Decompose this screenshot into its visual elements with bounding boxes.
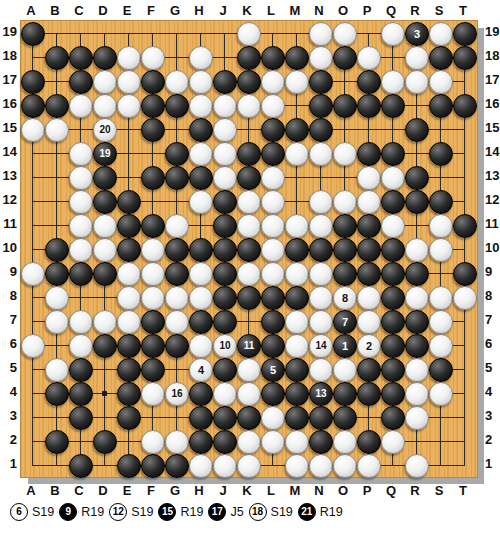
stone-white <box>285 70 309 94</box>
stone-white <box>309 190 333 214</box>
row-label-right: 4 <box>485 384 500 400</box>
stone-white <box>309 142 333 166</box>
row-label-right: 1 <box>485 456 500 472</box>
stone-black <box>237 238 261 262</box>
stone-black <box>309 406 333 430</box>
stone-white <box>237 94 261 118</box>
column-label-bottom: Q <box>379 483 403 499</box>
stone-black <box>69 454 93 478</box>
stone-black <box>93 190 117 214</box>
stone-white <box>237 190 261 214</box>
stone-white <box>405 358 429 382</box>
stone-black <box>69 262 93 286</box>
stone-white <box>69 238 93 262</box>
stone-white <box>285 334 309 358</box>
stone-black-move-19: 19 <box>93 142 117 166</box>
stone-white <box>285 454 309 478</box>
stone-black <box>333 382 357 406</box>
stone-black <box>21 70 45 94</box>
stone-black <box>285 238 309 262</box>
stone-black <box>141 70 165 94</box>
caption-move-circle-black: 9 <box>59 503 77 521</box>
stone-black <box>429 94 453 118</box>
column-label-bottom: A <box>19 483 43 499</box>
stone-white <box>381 214 405 238</box>
stone-black <box>141 334 165 358</box>
stone-black <box>237 406 261 430</box>
row-label-left: 1 <box>1 456 17 472</box>
column-label-top: B <box>43 3 67 19</box>
stone-white <box>189 142 213 166</box>
stone-black <box>69 382 93 406</box>
stone-black <box>189 406 213 430</box>
row-label-left: 16 <box>1 96 17 112</box>
row-label-left: 8 <box>1 288 17 304</box>
row-label-left: 14 <box>1 144 17 160</box>
stone-white-move-2: 2 <box>357 334 381 358</box>
caption-item: 12S19 <box>109 503 153 521</box>
row-label-right: 19 <box>485 24 500 40</box>
stone-white <box>117 70 141 94</box>
stone-white <box>405 238 429 262</box>
stone-white <box>285 214 309 238</box>
stone-black-move-3: 3 <box>405 22 429 46</box>
stone-black <box>285 46 309 70</box>
stone-white <box>453 286 477 310</box>
stone-black <box>165 334 189 358</box>
stone-black <box>213 70 237 94</box>
stone-black <box>117 358 141 382</box>
stone-black <box>189 238 213 262</box>
column-label-top: P <box>355 3 379 19</box>
column-label-bottom: J <box>211 483 235 499</box>
column-label-bottom: G <box>163 483 187 499</box>
stone-white <box>357 190 381 214</box>
stone-white <box>309 454 333 478</box>
column-label-bottom: E <box>115 483 139 499</box>
caption-move-circle-white: 12 <box>109 503 127 521</box>
row-label-left: 15 <box>1 120 17 136</box>
stone-black <box>261 142 285 166</box>
stone-white <box>285 430 309 454</box>
stone-white <box>21 262 45 286</box>
stone-black <box>285 406 309 430</box>
stone-white-move-14: 14 <box>309 334 333 358</box>
column-label-bottom: K <box>235 483 259 499</box>
stone-white <box>357 286 381 310</box>
stone-white <box>141 286 165 310</box>
stone-white <box>333 190 357 214</box>
stone-black <box>45 238 69 262</box>
caption-move-circle-white: 6 <box>10 503 28 521</box>
stone-white-move-4: 4 <box>189 358 213 382</box>
stone-white <box>429 334 453 358</box>
stone-white <box>213 382 237 406</box>
stone-black <box>381 334 405 358</box>
stone-white <box>189 454 213 478</box>
row-label-right: 2 <box>485 432 500 448</box>
column-label-bottom: S <box>427 483 451 499</box>
stone-black <box>357 70 381 94</box>
stone-white <box>213 142 237 166</box>
row-label-right: 17 <box>485 72 500 88</box>
row-label-right: 5 <box>485 360 500 376</box>
row-label-left: 10 <box>1 240 17 256</box>
column-label-top: Q <box>379 3 403 19</box>
stone-white <box>429 214 453 238</box>
stone-white <box>405 70 429 94</box>
stone-white <box>285 310 309 334</box>
stone-white <box>117 310 141 334</box>
column-label-top: G <box>163 3 187 19</box>
stone-white <box>237 22 261 46</box>
stone-black <box>261 118 285 142</box>
stone-white <box>261 166 285 190</box>
stone-black <box>261 286 285 310</box>
row-label-right: 10 <box>485 240 500 256</box>
stone-black <box>141 94 165 118</box>
stone-white <box>21 118 45 142</box>
stone-white <box>261 238 285 262</box>
stone-black <box>189 310 213 334</box>
stone-black <box>357 430 381 454</box>
stone-black <box>141 118 165 142</box>
stone-black <box>69 358 93 382</box>
stone-black <box>237 70 261 94</box>
column-label-bottom: H <box>187 483 211 499</box>
row-label-left: 5 <box>1 360 17 376</box>
stone-white-move-16: 16 <box>165 382 189 406</box>
stone-white <box>69 214 93 238</box>
row-label-right: 3 <box>485 408 500 424</box>
stone-white <box>261 190 285 214</box>
column-label-bottom: F <box>139 483 163 499</box>
stone-black <box>405 166 429 190</box>
stone-white-move-10: 10 <box>213 334 237 358</box>
stone-black <box>429 142 453 166</box>
column-label-top: R <box>403 3 427 19</box>
stone-white <box>285 142 309 166</box>
stone-white <box>261 406 285 430</box>
row-label-right: 18 <box>485 48 500 64</box>
stone-black <box>309 430 333 454</box>
stone-black <box>357 214 381 238</box>
stone-black-move-7: 7 <box>333 310 357 334</box>
stone-black-move-13: 13 <box>309 382 333 406</box>
stone-white <box>69 190 93 214</box>
column-label-top: L <box>259 3 283 19</box>
stone-black <box>213 214 237 238</box>
caption-item: 17J5 <box>208 503 243 521</box>
stone-white <box>45 118 69 142</box>
stone-white <box>165 286 189 310</box>
column-label-bottom: L <box>259 483 283 499</box>
stone-white <box>357 310 381 334</box>
stone-black <box>213 358 237 382</box>
stone-white <box>21 334 45 358</box>
stone-black <box>189 166 213 190</box>
stone-white <box>165 70 189 94</box>
stone-white <box>69 142 93 166</box>
stone-black <box>213 310 237 334</box>
row-label-left: 12 <box>1 192 17 208</box>
caption-move-circle-black: 15 <box>158 503 176 521</box>
stone-black <box>45 430 69 454</box>
stone-black <box>237 286 261 310</box>
stone-black <box>357 358 381 382</box>
stone-white <box>189 94 213 118</box>
stone-white <box>213 166 237 190</box>
stone-black <box>333 94 357 118</box>
stone-white <box>237 382 261 406</box>
caption-item: 9R19 <box>59 503 104 521</box>
stone-black <box>381 406 405 430</box>
column-label-bottom: B <box>43 483 67 499</box>
stone-white <box>333 142 357 166</box>
stone-white <box>117 286 141 310</box>
stone-black <box>357 238 381 262</box>
stone-black <box>117 334 141 358</box>
stone-white <box>261 70 285 94</box>
column-label-bottom: C <box>67 483 91 499</box>
column-label-top: M <box>283 3 307 19</box>
stone-black <box>381 142 405 166</box>
stone-white <box>261 94 285 118</box>
stone-black <box>69 70 93 94</box>
stone-white <box>237 262 261 286</box>
row-label-right: 11 <box>485 216 500 232</box>
column-label-top: H <box>187 3 211 19</box>
stone-white <box>333 22 357 46</box>
stone-white <box>309 262 333 286</box>
stone-black <box>141 310 165 334</box>
stone-black <box>405 310 429 334</box>
stone-black <box>285 286 309 310</box>
stone-black <box>429 190 453 214</box>
stone-white <box>117 262 141 286</box>
move-caption: 6S199R1912S1915R1917J518S1921R19 <box>10 502 348 522</box>
stone-black <box>285 118 309 142</box>
stone-white <box>309 46 333 70</box>
go-board[interactable]: 320198710111412451613 <box>20 20 478 478</box>
column-label-bottom: M <box>283 483 307 499</box>
stone-black <box>45 46 69 70</box>
caption-item: 6S19 <box>10 503 54 521</box>
stone-white <box>405 286 429 310</box>
stone-black <box>45 262 69 286</box>
stone-black-move-5: 5 <box>261 358 285 382</box>
stone-white <box>141 382 165 406</box>
stone-black <box>93 430 117 454</box>
row-label-right: 15 <box>485 120 500 136</box>
stone-black <box>357 142 381 166</box>
stone-white <box>189 334 213 358</box>
stone-white <box>69 310 93 334</box>
stone-black <box>45 94 69 118</box>
column-label-top: D <box>91 3 115 19</box>
stone-black <box>117 214 141 238</box>
stone-black <box>333 238 357 262</box>
stone-white <box>381 166 405 190</box>
stone-black <box>21 22 45 46</box>
stone-black <box>405 118 429 142</box>
column-label-top: A <box>19 3 43 19</box>
stone-white <box>141 238 165 262</box>
stone-white <box>237 454 261 478</box>
stone-white <box>213 454 237 478</box>
stone-black <box>141 358 165 382</box>
stone-black <box>381 310 405 334</box>
row-label-right: 14 <box>485 144 500 160</box>
row-label-right: 16 <box>485 96 500 112</box>
row-label-right: 12 <box>485 192 500 208</box>
stone-black <box>333 214 357 238</box>
stone-white <box>357 166 381 190</box>
column-label-top: C <box>67 3 91 19</box>
stone-white <box>141 262 165 286</box>
stone-black <box>165 454 189 478</box>
stone-black <box>165 262 189 286</box>
stone-white <box>429 22 453 46</box>
row-label-left: 18 <box>1 48 17 64</box>
column-label-top: K <box>235 3 259 19</box>
stone-white <box>189 46 213 70</box>
row-label-left: 11 <box>1 216 17 232</box>
row-label-left: 3 <box>1 408 17 424</box>
stone-white <box>93 238 117 262</box>
stone-white <box>141 430 165 454</box>
stone-white <box>189 286 213 310</box>
stone-black <box>357 382 381 406</box>
row-label-left: 4 <box>1 384 17 400</box>
stone-black <box>237 142 261 166</box>
stone-black <box>429 358 453 382</box>
column-label-bottom: N <box>307 483 331 499</box>
stone-white <box>333 358 357 382</box>
caption-item: 18S19 <box>249 503 293 521</box>
stone-black <box>453 262 477 286</box>
stone-black <box>309 238 333 262</box>
stone-white <box>189 262 213 286</box>
stone-black <box>453 214 477 238</box>
hoshi-dot <box>102 391 107 396</box>
row-label-left: 7 <box>1 312 17 328</box>
stone-black <box>213 406 237 430</box>
row-label-left: 2 <box>1 432 17 448</box>
stone-white <box>165 310 189 334</box>
stone-black <box>237 166 261 190</box>
stone-black <box>453 22 477 46</box>
row-label-right: 8 <box>485 288 500 304</box>
stone-black <box>141 214 165 238</box>
caption-move-point: R19 <box>81 505 104 519</box>
stone-black <box>165 94 189 118</box>
caption-move-circle-black: 17 <box>208 503 226 521</box>
stone-black <box>285 358 309 382</box>
stone-black-move-11: 11 <box>237 334 261 358</box>
stone-white <box>405 46 429 70</box>
stone-white <box>261 430 285 454</box>
stone-white <box>93 214 117 238</box>
stone-white <box>429 310 453 334</box>
stone-black <box>261 334 285 358</box>
stone-white <box>261 214 285 238</box>
stone-white <box>429 286 453 310</box>
stone-black <box>213 190 237 214</box>
stone-black <box>309 118 333 142</box>
stone-white <box>357 46 381 70</box>
caption-move-point: S19 <box>32 505 54 519</box>
caption-move-circle-black: 21 <box>298 503 316 521</box>
stone-white <box>189 190 213 214</box>
stone-white <box>45 286 69 310</box>
column-label-bottom: P <box>355 483 379 499</box>
stone-white <box>357 454 381 478</box>
stone-white <box>165 430 189 454</box>
stone-black <box>69 46 93 70</box>
stone-black <box>453 94 477 118</box>
stone-white <box>309 310 333 334</box>
stone-white <box>333 454 357 478</box>
stone-black <box>141 454 165 478</box>
stone-black <box>141 166 165 190</box>
stone-black <box>117 190 141 214</box>
stone-white <box>285 262 309 286</box>
stone-white <box>69 166 93 190</box>
stone-black <box>93 334 117 358</box>
stone-white <box>117 94 141 118</box>
stone-white <box>429 238 453 262</box>
stone-white <box>405 406 429 430</box>
caption-move-circle-white: 18 <box>249 503 267 521</box>
stone-white <box>165 214 189 238</box>
stone-white <box>141 46 165 70</box>
stone-black <box>381 190 405 214</box>
stone-black <box>405 262 429 286</box>
stone-black <box>357 94 381 118</box>
stone-black <box>333 406 357 430</box>
row-label-right: 13 <box>485 168 500 184</box>
caption-move-point: R19 <box>180 505 203 519</box>
column-label-top: N <box>307 3 331 19</box>
row-label-right: 6 <box>485 336 500 352</box>
stone-white <box>309 22 333 46</box>
stone-black <box>237 46 261 70</box>
stone-black <box>117 454 141 478</box>
stone-black <box>165 166 189 190</box>
stone-black <box>93 166 117 190</box>
caption-move-point: S19 <box>271 505 293 519</box>
caption-move-point: R19 <box>320 505 343 519</box>
stone-white <box>237 214 261 238</box>
stone-white <box>93 94 117 118</box>
row-label-left: 17 <box>1 72 17 88</box>
column-label-bottom: R <box>403 483 427 499</box>
stone-black <box>45 382 69 406</box>
stone-white <box>93 70 117 94</box>
stone-black-move-1: 1 <box>333 334 357 358</box>
stone-black <box>189 430 213 454</box>
stone-black <box>381 94 405 118</box>
stone-white <box>333 430 357 454</box>
column-label-bottom: O <box>331 483 355 499</box>
stone-black <box>333 262 357 286</box>
stone-white-move-8: 8 <box>333 286 357 310</box>
column-label-top: T <box>451 3 475 19</box>
stone-black <box>381 262 405 286</box>
stone-white <box>237 430 261 454</box>
column-label-bottom: D <box>91 483 115 499</box>
